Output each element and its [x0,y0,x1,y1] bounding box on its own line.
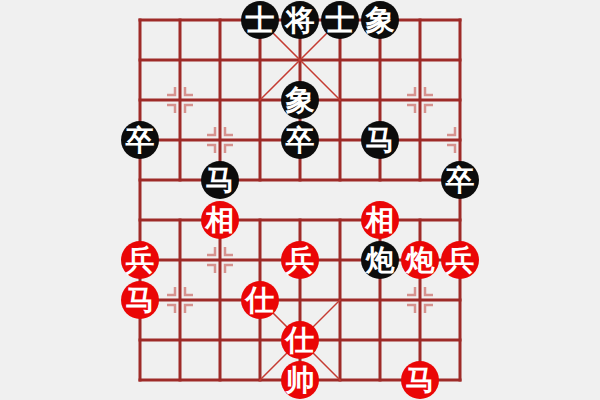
piece-black-horse[interactable]: 马 [201,161,239,199]
piece-black-pawn[interactable]: 卒 [281,121,319,159]
piece-red-advisor[interactable]: 仕 [281,321,319,359]
xiangqi-board: 士将士象象卒卒马马卒炮相相兵兵炮兵马仕仕帅马 [0,0,600,400]
piece-black-king[interactable]: 将 [281,1,319,39]
piece-black-advisor[interactable]: 士 [241,1,279,39]
piece-black-pawn[interactable]: 卒 [441,161,479,199]
piece-red-advisor[interactable]: 仕 [241,281,279,319]
piece-black-pawn[interactable]: 卒 [121,121,159,159]
piece-black-elephant[interactable]: 象 [281,81,319,119]
piece-red-horse[interactable]: 马 [121,281,159,319]
piece-black-horse[interactable]: 马 [361,121,399,159]
piece-red-elephant[interactable]: 相 [201,201,239,239]
pieces-layer: 士将士象象卒卒马马卒炮相相兵兵炮兵马仕仕帅马 [0,0,600,400]
piece-red-horse[interactable]: 马 [401,361,439,399]
piece-red-pawn[interactable]: 兵 [281,241,319,279]
piece-red-pawn[interactable]: 兵 [121,241,159,279]
piece-red-pawn[interactable]: 兵 [441,241,479,279]
piece-black-cannon[interactable]: 炮 [361,241,399,279]
piece-black-advisor[interactable]: 士 [321,1,359,39]
piece-red-king[interactable]: 帅 [281,361,319,399]
piece-red-cannon[interactable]: 炮 [401,241,439,279]
piece-red-elephant[interactable]: 相 [361,201,399,239]
piece-black-elephant[interactable]: 象 [361,1,399,39]
